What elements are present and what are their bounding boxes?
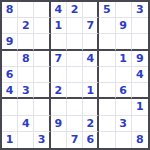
cell-given-r6c1[interactable]: 4: [2, 83, 18, 99]
cell-given-r8c2[interactable]: 4: [18, 116, 34, 132]
cell-empty-r7c5[interactable]: [67, 99, 83, 115]
cell-empty-r8c3[interactable]: [34, 116, 50, 132]
cell-empty-r2c7[interactable]: [99, 18, 115, 34]
cell-given-r9c1[interactable]: 1: [2, 132, 18, 148]
cell-given-r9c5[interactable]: 7: [67, 132, 83, 148]
cell-given-r5c9[interactable]: 4: [132, 67, 148, 83]
cell-empty-r2c1[interactable]: [2, 18, 18, 34]
cell-empty-r7c7[interactable]: [99, 99, 115, 115]
cell-given-r6c8[interactable]: 6: [116, 83, 132, 99]
cell-empty-r2c9[interactable]: [132, 18, 148, 34]
cell-empty-r2c3[interactable]: [34, 18, 50, 34]
cell-given-r3c1[interactable]: 9: [2, 34, 18, 50]
cell-empty-r4c7[interactable]: [99, 51, 115, 67]
cell-given-r1c5[interactable]: 2: [67, 2, 83, 18]
cell-empty-r1c2[interactable]: [18, 2, 34, 18]
cell-empty-r3c5[interactable]: [67, 34, 83, 50]
cell-given-r8c6[interactable]: 2: [83, 116, 99, 132]
cell-given-r1c1[interactable]: 8: [2, 2, 18, 18]
cell-empty-r9c4[interactable]: [51, 132, 67, 148]
cell-empty-r5c7[interactable]: [99, 67, 115, 83]
cell-given-r6c2[interactable]: 3: [18, 83, 34, 99]
cell-empty-r3c4[interactable]: [51, 34, 67, 50]
cell-given-r8c4[interactable]: 9: [51, 116, 67, 132]
cell-empty-r5c2[interactable]: [18, 67, 34, 83]
cell-empty-r3c6[interactable]: [83, 34, 99, 50]
cell-given-r1c7[interactable]: 5: [99, 2, 115, 18]
cell-empty-r5c3[interactable]: [34, 67, 50, 83]
cell-given-r8c8[interactable]: 3: [116, 116, 132, 132]
cell-empty-r2c5[interactable]: [67, 18, 83, 34]
cell-empty-r4c5[interactable]: [67, 51, 83, 67]
cell-empty-r6c3[interactable]: [34, 83, 50, 99]
cell-given-r9c9[interactable]: 8: [132, 132, 148, 148]
cell-empty-r6c7[interactable]: [99, 83, 115, 99]
cell-empty-r3c9[interactable]: [132, 34, 148, 50]
cell-empty-r9c2[interactable]: [18, 132, 34, 148]
cell-empty-r3c3[interactable]: [34, 34, 50, 50]
cell-given-r6c6[interactable]: 1: [83, 83, 99, 99]
sudoku-board: 84253217998741964432161492313768: [0, 0, 150, 150]
cell-empty-r3c2[interactable]: [18, 34, 34, 50]
cell-given-r4c2[interactable]: 8: [18, 51, 34, 67]
cell-empty-r8c5[interactable]: [67, 116, 83, 132]
cell-empty-r7c4[interactable]: [51, 99, 67, 115]
cell-given-r9c6[interactable]: 6: [83, 132, 99, 148]
cell-empty-r8c9[interactable]: [132, 116, 148, 132]
cell-given-r5c1[interactable]: 6: [2, 67, 18, 83]
cell-given-r2c6[interactable]: 7: [83, 18, 99, 34]
cell-empty-r3c7[interactable]: [99, 34, 115, 50]
cell-empty-r8c1[interactable]: [2, 116, 18, 132]
cell-empty-r9c7[interactable]: [99, 132, 115, 148]
cell-empty-r5c4[interactable]: [51, 67, 67, 83]
cell-empty-r4c1[interactable]: [2, 51, 18, 67]
cell-given-r2c8[interactable]: 9: [116, 18, 132, 34]
cell-empty-r3c8[interactable]: [116, 34, 132, 50]
cell-empty-r7c2[interactable]: [18, 99, 34, 115]
cell-given-r4c4[interactable]: 7: [51, 51, 67, 67]
cell-given-r2c4[interactable]: 1: [51, 18, 67, 34]
cell-empty-r1c3[interactable]: [34, 2, 50, 18]
cell-given-r4c6[interactable]: 4: [83, 51, 99, 67]
cell-empty-r1c8[interactable]: [116, 2, 132, 18]
cell-empty-r7c8[interactable]: [116, 99, 132, 115]
cell-empty-r6c9[interactable]: [132, 83, 148, 99]
cell-given-r1c9[interactable]: 3: [132, 2, 148, 18]
cell-empty-r7c1[interactable]: [2, 99, 18, 115]
cell-empty-r4c3[interactable]: [34, 51, 50, 67]
cell-given-r4c9[interactable]: 9: [132, 51, 148, 67]
cell-empty-r1c6[interactable]: [83, 2, 99, 18]
cell-empty-r7c3[interactable]: [34, 99, 50, 115]
cell-empty-r5c8[interactable]: [116, 67, 132, 83]
cell-given-r7c9[interactable]: 1: [132, 99, 148, 115]
cell-empty-r6c5[interactable]: [67, 83, 83, 99]
cell-empty-r5c6[interactable]: [83, 67, 99, 83]
cell-given-r6c4[interactable]: 2: [51, 83, 67, 99]
cell-empty-r7c6[interactable]: [83, 99, 99, 115]
cell-given-r4c8[interactable]: 1: [116, 51, 132, 67]
cell-given-r9c3[interactable]: 3: [34, 132, 50, 148]
cell-empty-r9c8[interactable]: [116, 132, 132, 148]
cell-empty-r5c5[interactable]: [67, 67, 83, 83]
cell-given-r2c2[interactable]: 2: [18, 18, 34, 34]
cell-given-r1c4[interactable]: 4: [51, 2, 67, 18]
cell-empty-r8c7[interactable]: [99, 116, 115, 132]
